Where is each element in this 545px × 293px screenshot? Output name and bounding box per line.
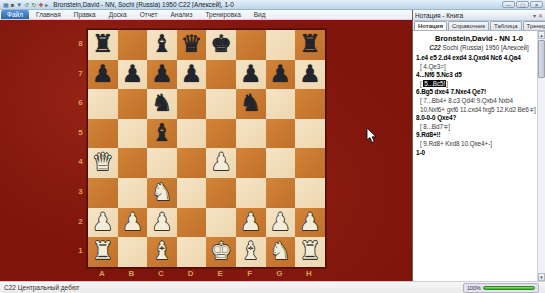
square-g3[interactable] [266,178,296,208]
menu-item-report[interactable]: Отчет [134,10,164,19]
board-area: 87654321 ♜♝♛♚♜♟♟♟♟♟♟♟♞♞♝♛♟♞♟♟♟♟♟♟♜♝♚♝♞♜ … [0,20,412,281]
new-board-icon[interactable]: ■ [11,2,15,8]
square-b5[interactable] [118,119,148,149]
file-labels: ABCDEFGH [87,267,324,280]
square-g4[interactable] [266,148,296,178]
square-c2[interactable]: ♟ [147,208,177,238]
square-e1[interactable]: ♚ [206,237,236,267]
move-line-5: [ 7...Bb4+ 8.c3 Qd4! 9.Qxb4 Nxb4 10.Nxf6… [416,97,536,114]
scroll-up-icon[interactable]: ▲ [538,31,545,39]
piece-black-pawn-b7[interactable]: ♟ [118,60,148,90]
window-title: Bronstein,David - NN, Sochi (Russia) 195… [53,1,234,8]
piece-black-pawn-a7[interactable]: ♟ [88,60,118,90]
square-h3[interactable] [295,178,325,208]
piece-white-knight-g1[interactable]: ♞ [266,237,296,267]
square-c5[interactable]: ♝ [147,119,177,149]
move-line-0: 1.e4 e5 2.d4 exd4 3.Qxd4 Nc6 4.Qa4 [416,54,536,63]
rank-label-8: 8 [74,29,87,59]
game-header: Bronstein,David - NN 1-0 [413,34,545,43]
square-g7[interactable]: ♟ [266,60,296,90]
square-d2[interactable] [177,208,207,238]
square-f4[interactable] [236,148,266,178]
square-c6[interactable]: ♞ [147,89,177,119]
piece-white-rook-h1[interactable]: ♜ [295,237,325,267]
square-b2[interactable]: ♟ [118,208,148,238]
window-controls: — ▢ ✕ [502,1,545,8]
square-d1[interactable] [177,237,207,267]
square-f6[interactable]: ♞ [236,89,266,119]
square-f2[interactable]: ♟ [236,208,266,238]
square-e2[interactable] [206,208,236,238]
rank-label-2: 2 [74,207,87,237]
square-c8[interactable]: ♝ [147,30,177,60]
square-h1[interactable]: ♜ [295,237,325,267]
opening-name: C22 Центральный дебют [0,284,80,291]
panel-close-icon[interactable]: ✕ [538,12,543,19]
piece-black-pawn-f7[interactable]: ♟ [236,60,266,90]
square-c4[interactable] [147,148,177,178]
file-label-e: E [205,267,235,280]
square-g8[interactable] [266,30,296,60]
square-e3[interactable] [206,178,236,208]
piece-black-king-e8[interactable]: ♚ [206,30,236,60]
menu-item-file[interactable]: Файл [1,10,29,19]
rank-label-7: 7 [74,59,87,89]
square-a8[interactable]: ♜ [88,30,118,60]
status-bar: C22 Центральный дебют 100% [0,281,545,293]
move-line-6: 8.0-0-0 Qxe4? [416,114,536,123]
tab-notation[interactable]: Нотация [414,21,447,30]
save-icon[interactable]: ▼ [16,2,22,8]
tab-table[interactable]: Таблица [490,21,522,30]
move-line-8: 9.Rd8+!! [416,131,536,140]
piece-white-pawn-f2[interactable]: ♟ [236,208,266,238]
move-text[interactable]: 4...Nf6 5.Nc3 d5 [416,71,462,78]
square-a2[interactable]: ♟ [88,208,118,238]
mouse-cursor [366,128,378,144]
selected-move[interactable]: 5...Bc5! [423,80,446,87]
piece-white-pawn-h2[interactable]: ♟ [295,208,325,238]
square-e8[interactable]: ♚ [206,30,236,60]
file-label-f: F [235,267,265,280]
move-line-3: [ 5...Bc5!] [416,80,536,89]
move-text[interactable]: [ 4.Qe3=] [420,63,446,70]
piece-white-king-e1[interactable]: ♚ [206,237,236,267]
move-line-9: [ 9.Rd8+ Kxd8 10.Qxe4+-] [416,140,536,149]
pin-icon[interactable]: ▾ [533,12,536,19]
menu-item-view[interactable]: Вид [248,10,272,19]
tab-training[interactable]: Тренировка [523,21,545,30]
square-f1[interactable]: ♝ [236,237,266,267]
piece-black-rook-h8[interactable]: ♜ [295,30,325,60]
square-a3[interactable] [88,178,118,208]
moves-list: 1.e4 e5 2.d4 exd4 3.Qxd4 Nc6 4.Qa4[ 4.Qe… [416,54,536,157]
piece-black-knight-f6[interactable]: ♞ [236,89,266,119]
piece-white-bishop-c1[interactable]: ♝ [147,237,177,267]
square-f3[interactable] [236,178,266,208]
game-subheader: C22 Sochi (Russia) 1950 [Алексей] [413,44,545,51]
file-label-b: B [117,267,147,280]
piece-black-bishop-c8[interactable]: ♝ [147,30,177,60]
rank-labels: 87654321 [74,29,87,266]
panel-header: Нотация - Книга ▾ ✕ [413,10,545,21]
piece-black-knight-c6[interactable]: ♞ [147,89,177,119]
square-d7[interactable]: ♟ [177,60,207,90]
file-label-h: H [294,267,324,280]
piece-white-pawn-c2[interactable]: ♟ [147,208,177,238]
file-label-c: C [146,267,176,280]
square-b7[interactable]: ♟ [118,60,148,90]
move-line-2: 4...Nf6 5.Nc3 d5 [416,71,536,80]
piece-white-pawn-e4[interactable]: ♟ [206,148,236,178]
square-f7[interactable]: ♟ [236,60,266,90]
piece-black-bishop-c5[interactable]: ♝ [147,119,177,149]
rank-label-1: 1 [74,236,87,266]
rank-label-4: 4 [74,147,87,177]
move-text[interactable]: [ 7...Bb4+ 8.c3 Qd4! 9.Qxb4 Nxb4 10.Nxf6… [420,97,536,113]
menu-item-board[interactable]: Доска [103,10,133,19]
menu-item-edit[interactable]: Правка [68,10,102,19]
move-text[interactable]: [ 9.Rd8+ Kxd8 10.Qxe4+-] [420,140,492,147]
square-a6[interactable] [88,89,118,119]
piece-white-knight-c3[interactable]: ♞ [147,178,177,208]
square-h4[interactable] [295,148,325,178]
piece-black-pawn-h7[interactable]: ♟ [295,60,325,90]
square-e5[interactable] [206,119,236,149]
square-d6[interactable] [177,89,207,119]
piece-white-pawn-b2[interactable]: ♟ [118,208,148,238]
scroll-down-icon[interactable]: ▼ [538,273,545,281]
square-a5[interactable] [88,119,118,149]
move-text[interactable]: 9.Rd8+!! [416,131,441,138]
panel-title: Нотация - Книга [415,12,463,19]
square-h8[interactable]: ♜ [295,30,325,60]
piece-black-pawn-d7[interactable]: ♟ [177,60,207,90]
move-text[interactable]: 1-0 [416,149,425,156]
square-g1[interactable]: ♞ [266,237,296,267]
piece-white-queen-a4[interactable]: ♛ [88,148,118,178]
menu-item-analysis[interactable]: Анализ [164,10,198,19]
piece-white-rook-a1[interactable]: ♜ [88,237,118,267]
square-d8[interactable]: ♛ [177,30,207,60]
rank-label-5: 5 [74,118,87,148]
square-a4[interactable]: ♛ [88,148,118,178]
panel-tabs: НотацияСправочникТаблицаТренировкаЗнаки … [413,21,545,31]
piece-black-pawn-g7[interactable]: ♟ [266,60,296,90]
undo-icon[interactable]: ↺ [24,2,29,8]
maximize-button[interactable]: ▢ [516,1,529,8]
rank-label-6: 6 [74,88,87,118]
chessbase-window: ▦■▼↺↻✚▸ Bronstein,David - NN, Sochi (Rus… [0,0,545,293]
menu-item-training[interactable]: Тренировка [199,10,246,19]
scroll-thumb[interactable] [538,40,545,78]
square-b6[interactable] [118,89,148,119]
square-e6[interactable] [206,89,236,119]
square-h2[interactable]: ♟ [295,208,325,238]
piece-black-pawn-c7[interactable]: ♟ [147,60,177,90]
square-g6[interactable] [266,89,296,119]
panel-header-icons: ▾ ✕ [533,12,543,19]
notation-scrollbar[interactable]: ▲ ▼ [537,31,545,281]
tab-reference[interactable]: Справочник [448,21,489,30]
file-label-g: G [265,267,295,280]
move-text[interactable]: 1.e4 e5 2.d4 exd4 3.Qxd4 Nc6 4.Qa4 [416,54,521,61]
minimize-button[interactable]: — [502,1,515,8]
square-a1[interactable]: ♜ [88,237,118,267]
square-c1[interactable]: ♝ [147,237,177,267]
file-label-d: D [176,267,206,280]
move-text[interactable]: [ 8...Bd7∓] [420,123,450,130]
zoom-percent: 100% [467,285,481,291]
square-f5[interactable] [236,119,266,149]
move-text[interactable]: 6.Bg5 dxe4 7.Nxe4 Qe7! [416,88,486,95]
app-icon[interactable]: ▦ [3,2,9,8]
square-h5[interactable] [295,119,325,149]
rank-label-3: 3 [74,177,87,207]
piece-black-rook-a8[interactable]: ♜ [88,30,118,60]
square-b3[interactable] [118,178,148,208]
move-line-1: [ 4.Qe3=] [416,63,536,72]
piece-white-pawn-g2[interactable]: ♟ [266,208,296,238]
eco-code: C22 [429,44,441,51]
move-line-10: 1-0 [416,149,536,158]
square-h6[interactable] [295,89,325,119]
square-g5[interactable] [266,119,296,149]
square-a7[interactable]: ♟ [88,60,118,90]
move-line-4: 6.Bg5 dxe4 7.Nxe4 Qe7! [416,88,536,97]
square-c3[interactable]: ♞ [147,178,177,208]
file-label-a: A [87,267,117,280]
notation-panel: Нотация - Книга ▾ ✕ НотацияСправочникТаб… [412,10,545,281]
move-text[interactable]: 8.0-0-0 Qxe4? [416,114,456,121]
piece-white-pawn-a2[interactable]: ♟ [88,208,118,238]
redo-icon[interactable]: ↻ [31,2,36,8]
square-d5[interactable] [177,119,207,149]
game-details: Sochi (Russia) 1950 [Алексей] [441,44,529,51]
piece-black-queen-d8[interactable]: ♛ [177,30,207,60]
square-d3[interactable] [177,178,207,208]
move-text[interactable]: ] [446,80,448,87]
title-bar: ▦■▼↺↻✚▸ Bronstein,David - NN, Sochi (Rus… [0,0,545,10]
add-icon[interactable]: ✚ [38,2,43,8]
square-b1[interactable] [118,237,148,267]
quick-access-toolbar: ▦■▼↺↻✚▸ [0,2,51,8]
zoom-control[interactable]: 100% [463,283,539,293]
zoom-slider[interactable] [483,286,535,290]
square-c7[interactable]: ♟ [147,60,177,90]
square-d4[interactable] [177,148,207,178]
close-button[interactable]: ✕ [530,1,543,8]
square-e7[interactable] [206,60,236,90]
square-g2[interactable]: ♟ [266,208,296,238]
square-b4[interactable] [118,148,148,178]
square-f8[interactable] [236,30,266,60]
piece-white-bishop-f1[interactable]: ♝ [236,237,266,267]
square-b8[interactable] [118,30,148,60]
menu-bar: ФайлГлавнаяПравкаДоскаОтчетАнализТрениро… [0,10,412,20]
board: ♜♝♛♚♜♟♟♟♟♟♟♟♞♞♝♛♟♞♟♟♟♟♟♟♜♝♚♝♞♜ [87,29,326,268]
menu-item-home[interactable]: Главная [30,10,67,19]
square-h7[interactable]: ♟ [295,60,325,90]
more-icon[interactable]: ▸ [45,2,48,8]
move-line-7: [ 8...Bd7∓] [416,123,536,132]
square-e4[interactable]: ♟ [206,148,236,178]
